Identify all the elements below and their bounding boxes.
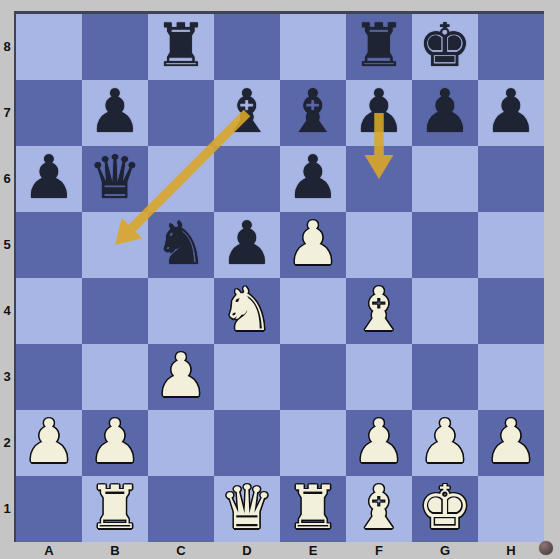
square-c6[interactable]	[148, 146, 214, 212]
square-b2[interactable]: ♟	[82, 410, 148, 476]
square-a2[interactable]: ♟	[16, 410, 82, 476]
rank-label-3: 3	[0, 369, 14, 385]
square-c2[interactable]	[148, 410, 214, 476]
square-e5[interactable]: ♟	[280, 212, 346, 278]
piece-black-rook-f8[interactable]: ♜	[352, 15, 406, 75]
square-e2[interactable]	[280, 410, 346, 476]
piece-black-pawn-g7[interactable]: ♟	[418, 81, 472, 141]
square-f7[interactable]: ♟	[346, 80, 412, 146]
square-a8[interactable]	[16, 14, 82, 80]
square-b1[interactable]: ♜	[82, 476, 148, 542]
file-label-a: A	[16, 544, 82, 558]
rank-label-2: 2	[0, 435, 14, 451]
square-b4[interactable]	[82, 278, 148, 344]
file-label-e: E	[280, 544, 346, 558]
square-e3[interactable]	[280, 344, 346, 410]
square-h2[interactable]: ♟	[478, 410, 544, 476]
piece-white-pawn-b2[interactable]: ♟	[88, 411, 142, 471]
piece-black-bishop-e7[interactable]: ♝	[286, 81, 340, 141]
rank-label-6: 6	[0, 171, 14, 187]
square-h6[interactable]	[478, 146, 544, 212]
square-c5[interactable]: ♞	[148, 212, 214, 278]
piece-white-king-g1[interactable]: ♚	[418, 477, 472, 537]
square-d5[interactable]: ♟	[214, 212, 280, 278]
chess-app-window: ♜♜♚♟♝♝♟♟♟♟♛♟♞♟♟♞♝♟♟♟♟♟♟♜♛♜♝♚ 87654321 AB…	[0, 0, 560, 559]
piece-white-rook-b1[interactable]: ♜	[88, 477, 142, 537]
square-b8[interactable]	[82, 14, 148, 80]
piece-black-pawn-e6[interactable]: ♟	[286, 147, 340, 207]
square-e1[interactable]: ♜	[280, 476, 346, 542]
square-g3[interactable]	[412, 344, 478, 410]
square-c3[interactable]: ♟	[148, 344, 214, 410]
square-h3[interactable]	[478, 344, 544, 410]
square-c4[interactable]	[148, 278, 214, 344]
file-label-h: H	[478, 544, 544, 558]
square-g8[interactable]: ♚	[412, 14, 478, 80]
square-f1[interactable]: ♝	[346, 476, 412, 542]
piece-white-pawn-f2[interactable]: ♟	[352, 411, 406, 471]
rank-label-5: 5	[0, 237, 14, 253]
piece-black-rook-c8[interactable]: ♜	[154, 15, 208, 75]
square-h7[interactable]: ♟	[478, 80, 544, 146]
file-label-d: D	[214, 544, 280, 558]
square-f5[interactable]	[346, 212, 412, 278]
square-f4[interactable]: ♝	[346, 278, 412, 344]
square-f8[interactable]: ♜	[346, 14, 412, 80]
square-f3[interactable]	[346, 344, 412, 410]
square-a4[interactable]	[16, 278, 82, 344]
square-g1[interactable]: ♚	[412, 476, 478, 542]
square-c7[interactable]	[148, 80, 214, 146]
rank-label-4: 4	[0, 303, 14, 319]
square-g5[interactable]	[412, 212, 478, 278]
piece-black-pawn-b7[interactable]: ♟	[88, 81, 142, 141]
piece-black-king-g8[interactable]: ♚	[418, 15, 472, 75]
square-e8[interactable]	[280, 14, 346, 80]
piece-white-knight-d4[interactable]: ♞	[220, 279, 274, 339]
square-h8[interactable]	[478, 14, 544, 80]
square-d4[interactable]: ♞	[214, 278, 280, 344]
square-c8[interactable]: ♜	[148, 14, 214, 80]
piece-white-pawn-e5[interactable]: ♟	[286, 213, 340, 273]
piece-black-bishop-d7[interactable]: ♝	[220, 81, 274, 141]
file-label-g: G	[412, 544, 478, 558]
piece-white-bishop-f4[interactable]: ♝	[352, 279, 406, 339]
square-b3[interactable]	[82, 344, 148, 410]
square-g6[interactable]	[412, 146, 478, 212]
square-g4[interactable]	[412, 278, 478, 344]
square-b7[interactable]: ♟	[82, 80, 148, 146]
piece-white-pawn-a2[interactable]: ♟	[22, 411, 76, 471]
piece-black-knight-c5[interactable]: ♞	[154, 213, 208, 273]
piece-black-queen-b6[interactable]: ♛	[88, 147, 142, 207]
piece-black-pawn-a6[interactable]: ♟	[22, 147, 76, 207]
square-d1[interactable]: ♛	[214, 476, 280, 542]
square-g2[interactable]: ♟	[412, 410, 478, 476]
side-to-move-indicator	[539, 541, 553, 555]
square-d2[interactable]	[214, 410, 280, 476]
square-e7[interactable]: ♝	[280, 80, 346, 146]
square-d8[interactable]	[214, 14, 280, 80]
square-h1[interactable]	[478, 476, 544, 542]
rank-label-8: 8	[0, 39, 14, 55]
square-f2[interactable]: ♟	[346, 410, 412, 476]
board-frame: ♜♜♚♟♝♝♟♟♟♟♛♟♞♟♟♞♝♟♟♟♟♟♟♜♛♜♝♚	[14, 11, 544, 542]
chess-board: ♜♜♚♟♝♝♟♟♟♟♛♟♞♟♟♞♝♟♟♟♟♟♟♜♛♜♝♚	[16, 14, 544, 542]
piece-white-bishop-f1[interactable]: ♝	[352, 477, 406, 537]
square-h5[interactable]	[478, 212, 544, 278]
square-e4[interactable]	[280, 278, 346, 344]
square-a7[interactable]	[16, 80, 82, 146]
rank-label-1: 1	[0, 501, 14, 517]
square-d7[interactable]: ♝	[214, 80, 280, 146]
square-d3[interactable]	[214, 344, 280, 410]
square-f6[interactable]	[346, 146, 412, 212]
square-b6[interactable]: ♛	[82, 146, 148, 212]
piece-black-pawn-h7[interactable]: ♟	[484, 81, 538, 141]
file-label-f: F	[346, 544, 412, 558]
piece-black-pawn-d5[interactable]: ♟	[220, 213, 274, 273]
file-label-b: B	[82, 544, 148, 558]
piece-white-pawn-h2[interactable]: ♟	[484, 411, 538, 471]
square-a6[interactable]: ♟	[16, 146, 82, 212]
rank-label-7: 7	[0, 105, 14, 121]
square-g7[interactable]: ♟	[412, 80, 478, 146]
square-a1[interactable]	[16, 476, 82, 542]
piece-white-pawn-g2[interactable]: ♟	[418, 411, 472, 471]
square-c1[interactable]	[148, 476, 214, 542]
piece-white-rook-e1[interactable]: ♜	[286, 477, 340, 537]
square-a5[interactable]	[16, 212, 82, 278]
square-d6[interactable]	[214, 146, 280, 212]
square-e6[interactable]: ♟	[280, 146, 346, 212]
square-a3[interactable]	[16, 344, 82, 410]
piece-black-pawn-f7[interactable]: ♟	[352, 81, 406, 141]
piece-white-pawn-c3[interactable]: ♟	[154, 345, 208, 405]
file-label-c: C	[148, 544, 214, 558]
square-h4[interactable]	[478, 278, 544, 344]
square-b5[interactable]	[82, 212, 148, 278]
piece-white-queen-d1[interactable]: ♛	[220, 477, 274, 537]
